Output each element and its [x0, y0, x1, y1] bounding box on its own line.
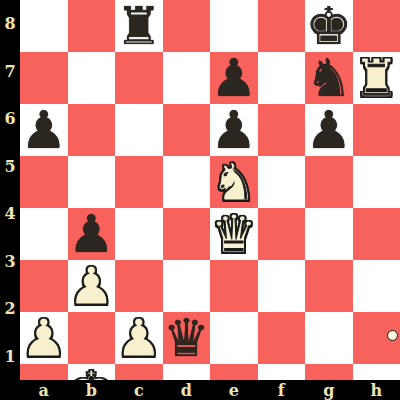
- square-d2[interactable]: ♛: [163, 312, 211, 364]
- piece-black-pawn[interactable]: ♟: [20, 104, 67, 156]
- piece-black-pawn[interactable]: ♟: [305, 104, 352, 156]
- file-label-g: g: [305, 380, 353, 400]
- piece-white-queen[interactable]: ♛: [210, 208, 257, 260]
- piece-black-knight[interactable]: ♞: [305, 52, 352, 104]
- rank-label-2: 2: [0, 285, 20, 333]
- rank-label-6: 6: [0, 95, 20, 143]
- rank-label-5: 5: [0, 143, 20, 191]
- square-e6[interactable]: ♟: [210, 104, 258, 156]
- square-g6[interactable]: ♟: [305, 104, 353, 156]
- square-a8[interactable]: [20, 0, 68, 52]
- rank-label-3: 3: [0, 238, 20, 286]
- rank-label-7: 7: [0, 48, 20, 96]
- piece-black-king[interactable]: ♚: [305, 0, 352, 52]
- coordinate-corner: [0, 380, 20, 400]
- square-e7[interactable]: ♟: [210, 52, 258, 104]
- chess-puzzle-diagram: ♜♚♟♞♜♟♟♟♞♟♛♟♟♟♛♚ 87654321 abcdefgh: [0, 0, 400, 400]
- file-label-h: h: [353, 380, 400, 400]
- square-f8[interactable]: [258, 0, 306, 52]
- file-coordinates: abcdefgh: [20, 380, 400, 400]
- square-c8[interactable]: ♜: [115, 0, 163, 52]
- square-c2[interactable]: ♟: [115, 312, 163, 364]
- square-b8[interactable]: [68, 0, 116, 52]
- square-c4[interactable]: [115, 208, 163, 260]
- piece-black-pawn[interactable]: ♟: [68, 208, 115, 260]
- square-g7[interactable]: ♞: [305, 52, 353, 104]
- square-f7[interactable]: [258, 52, 306, 104]
- white-to-move-indicator: [387, 330, 398, 341]
- square-h6[interactable]: [353, 104, 400, 156]
- rank-label-4: 4: [0, 190, 20, 238]
- square-d6[interactable]: [163, 104, 211, 156]
- piece-white-pawn[interactable]: ♟: [20, 312, 67, 364]
- square-d3[interactable]: [163, 260, 211, 312]
- square-g3[interactable]: [305, 260, 353, 312]
- square-h4[interactable]: [353, 208, 400, 260]
- square-g2[interactable]: [305, 312, 353, 364]
- square-e2[interactable]: [210, 312, 258, 364]
- square-f5[interactable]: [258, 156, 306, 208]
- square-b7[interactable]: [68, 52, 116, 104]
- square-b6[interactable]: [68, 104, 116, 156]
- square-a5[interactable]: [20, 156, 68, 208]
- file-label-b: b: [68, 380, 116, 400]
- piece-black-pawn[interactable]: ♟: [210, 52, 257, 104]
- square-c5[interactable]: [115, 156, 163, 208]
- square-h5[interactable]: [353, 156, 400, 208]
- square-a3[interactable]: [20, 260, 68, 312]
- square-g8[interactable]: ♚: [305, 0, 353, 52]
- piece-black-pawn[interactable]: ♟: [210, 104, 257, 156]
- square-f3[interactable]: [258, 260, 306, 312]
- square-a4[interactable]: [20, 208, 68, 260]
- square-e3[interactable]: [210, 260, 258, 312]
- square-e8[interactable]: [210, 0, 258, 52]
- file-label-f: f: [258, 380, 306, 400]
- square-d4[interactable]: [163, 208, 211, 260]
- square-b2[interactable]: [68, 312, 116, 364]
- square-d8[interactable]: [163, 0, 211, 52]
- square-c7[interactable]: [115, 52, 163, 104]
- file-label-a: a: [20, 380, 68, 400]
- square-f2[interactable]: [258, 312, 306, 364]
- square-g5[interactable]: [305, 156, 353, 208]
- square-h7[interactable]: ♜: [353, 52, 400, 104]
- rank-label-8: 8: [0, 0, 20, 48]
- square-h3[interactable]: [353, 260, 400, 312]
- square-a7[interactable]: [20, 52, 68, 104]
- square-g4[interactable]: [305, 208, 353, 260]
- piece-white-rook[interactable]: ♜: [353, 52, 400, 104]
- piece-white-pawn[interactable]: ♟: [68, 260, 115, 312]
- square-b4[interactable]: ♟: [68, 208, 116, 260]
- piece-white-knight[interactable]: ♞: [210, 156, 257, 208]
- square-b3[interactable]: ♟: [68, 260, 116, 312]
- square-e4[interactable]: ♛: [210, 208, 258, 260]
- rank-coordinates: 87654321: [0, 0, 20, 380]
- square-f6[interactable]: [258, 104, 306, 156]
- piece-white-pawn[interactable]: ♟: [115, 312, 162, 364]
- square-c3[interactable]: [115, 260, 163, 312]
- square-c6[interactable]: [115, 104, 163, 156]
- square-a2[interactable]: ♟: [20, 312, 68, 364]
- file-label-c: c: [115, 380, 163, 400]
- square-e5[interactable]: ♞: [210, 156, 258, 208]
- square-a6[interactable]: ♟: [20, 104, 68, 156]
- square-d7[interactable]: [163, 52, 211, 104]
- square-d5[interactable]: [163, 156, 211, 208]
- square-b5[interactable]: [68, 156, 116, 208]
- square-h8[interactable]: [353, 0, 400, 52]
- piece-black-rook[interactable]: ♜: [115, 0, 162, 52]
- rank-label-1: 1: [0, 333, 20, 381]
- chess-board: ♜♚♟♞♜♟♟♟♞♟♛♟♟♟♛♚: [20, 0, 400, 380]
- square-f4[interactable]: [258, 208, 306, 260]
- file-label-e: e: [210, 380, 258, 400]
- piece-black-queen[interactable]: ♛: [163, 312, 210, 364]
- file-label-d: d: [163, 380, 211, 400]
